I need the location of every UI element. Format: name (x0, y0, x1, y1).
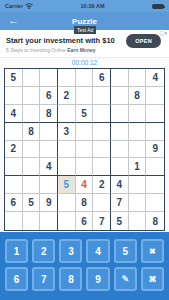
sudoku-cell-r8c6[interactable] (93, 194, 111, 212)
sudoku-cell-r7c1[interactable] (5, 176, 23, 194)
sudoku-cell-r7c3[interactable] (40, 176, 58, 194)
clock-label: 10:39 AM (81, 3, 105, 9)
sudoku-cell-r6c5[interactable] (76, 158, 94, 176)
sudoku-cell-r7c2[interactable] (23, 176, 41, 194)
sudoku-cell-r1c3[interactable] (40, 69, 58, 87)
sudoku-cell-r4c7[interactable] (111, 123, 129, 141)
sudoku-cell-r7c6[interactable]: 2 (93, 176, 111, 194)
sudoku-cell-r9c1[interactable] (5, 212, 23, 230)
command-button[interactable]: ⌘ (141, 267, 164, 291)
wifi-icon (25, 3, 33, 10)
sudoku-cell-r3c8[interactable] (129, 105, 147, 123)
key-1[interactable]: 1 (5, 239, 28, 263)
sudoku-cell-r4c6[interactable] (93, 123, 111, 141)
key-6[interactable]: 6 (5, 267, 28, 291)
sudoku-cell-r2c4[interactable]: 2 (58, 87, 76, 105)
sudoku-cell-r8c1[interactable]: 6 (5, 194, 23, 212)
sudoku-cell-r7c9[interactable] (146, 176, 164, 194)
key-8[interactable]: 8 (59, 267, 82, 291)
sudoku-cell-r5c7[interactable] (111, 141, 129, 159)
sudoku-cell-r8c2[interactable]: 5 (23, 194, 41, 212)
sudoku-cell-r1c4[interactable] (58, 69, 76, 87)
sudoku-cell-r4c8[interactable] (129, 123, 147, 141)
back-button[interactable]: ← (8, 14, 19, 26)
sudoku-cell-r8c4[interactable] (58, 194, 76, 212)
ad-subtext: 5 Steps to Investing Online Earn Money (6, 47, 96, 53)
pencil-button[interactable]: ✎ (114, 267, 137, 291)
sudoku-cell-r1c1[interactable]: 5 (5, 69, 23, 87)
sudoku-cell-r5c8[interactable] (129, 141, 147, 159)
sudoku-board: 5646284858329415424659876758 (4, 68, 165, 231)
sudoku-cell-r6c4[interactable] (58, 158, 76, 176)
sudoku-cell-r1c9[interactable]: 4 (146, 69, 164, 87)
page-title: Puzzle (72, 17, 97, 26)
sudoku-cell-r7c5[interactable]: 4 (76, 176, 94, 194)
sudoku-cell-r6c2[interactable] (23, 158, 41, 176)
sudoku-cell-r9c2[interactable] (23, 212, 41, 230)
sudoku-cell-r8c5[interactable]: 8 (76, 194, 94, 212)
sudoku-cell-r1c2[interactable] (23, 69, 41, 87)
number-keypad: 12345✖6789✎⌘ (0, 232, 169, 300)
sudoku-cell-r8c7[interactable]: 7 (111, 194, 129, 212)
sudoku-cell-r5c5[interactable] (76, 141, 94, 159)
sudoku-cell-r2c1[interactable] (5, 87, 23, 105)
adchoices-icon[interactable]: ⓘ▾ (159, 30, 167, 36)
sudoku-cell-r7c4[interactable]: 5 (58, 176, 76, 194)
sudoku-cell-r4c2[interactable]: 8 (23, 123, 41, 141)
ad-banner[interactable]: Test Ad ⓘ▾ Start your investment with $1… (0, 30, 169, 58)
open-button[interactable]: OPEN (126, 34, 161, 48)
sudoku-cell-r9c5[interactable]: 6 (76, 212, 94, 230)
sudoku-cell-r3c4[interactable] (58, 105, 76, 123)
sudoku-cell-r2c2[interactable] (23, 87, 41, 105)
sudoku-cell-r3c3[interactable]: 8 (40, 105, 58, 123)
sudoku-cell-r4c5[interactable] (76, 123, 94, 141)
status-bar: Carrier 10:39 AM (0, 0, 169, 12)
sudoku-cell-r6c7[interactable] (111, 158, 129, 176)
carrier-label: Carrier (5, 3, 23, 9)
sudoku-cell-r1c7[interactable] (111, 69, 129, 87)
key-3[interactable]: 3 (59, 239, 82, 263)
sudoku-cell-r5c2[interactable] (23, 141, 41, 159)
sudoku-cell-r2c9[interactable] (146, 87, 164, 105)
sudoku-cell-r9c8[interactable] (129, 212, 147, 230)
sudoku-cell-r3c7[interactable] (111, 105, 129, 123)
sudoku-cell-r9c7[interactable]: 5 (111, 212, 129, 230)
sudoku-cell-r5c6[interactable] (93, 141, 111, 159)
sudoku-cell-r9c6[interactable]: 7 (93, 212, 111, 230)
sudoku-cell-r1c8[interactable] (129, 69, 147, 87)
ad-headline: Start your investment with $10 (6, 36, 115, 45)
sudoku-cell-r4c4[interactable]: 3 (58, 123, 76, 141)
game-timer: 00:00:12 (0, 59, 169, 66)
sudoku-cell-r6c8[interactable]: 1 (129, 158, 147, 176)
sudoku-cell-r9c4[interactable] (58, 212, 76, 230)
sudoku-cell-r9c3[interactable] (40, 212, 58, 230)
sudoku-cell-r7c7[interactable]: 4 (111, 176, 129, 194)
sudoku-cell-r3c1[interactable]: 4 (5, 105, 23, 123)
sudoku-cell-r6c6[interactable] (93, 158, 111, 176)
sudoku-cell-r3c9[interactable] (146, 105, 164, 123)
sudoku-cell-r5c1[interactable]: 2 (5, 141, 23, 159)
sudoku-cell-r6c1[interactable] (5, 158, 23, 176)
sudoku-cell-r4c1[interactable] (5, 123, 23, 141)
sudoku-cell-r7c8[interactable] (129, 176, 147, 194)
sudoku-cell-r2c3[interactable]: 6 (40, 87, 58, 105)
sudoku-cell-r3c2[interactable] (23, 105, 41, 123)
sudoku-cell-r6c3[interactable]: 4 (40, 158, 58, 176)
sudoku-cell-r5c9[interactable]: 9 (146, 141, 164, 159)
sudoku-cell-r5c4[interactable] (58, 141, 76, 159)
sudoku-cell-r2c6[interactable] (93, 87, 111, 105)
sudoku-cell-r5c3[interactable] (40, 141, 58, 159)
battery-icon (152, 4, 164, 9)
key-2[interactable]: 2 (32, 239, 55, 263)
key-5[interactable]: 5 (114, 239, 137, 263)
sudoku-cell-r8c9[interactable] (146, 194, 164, 212)
key-4[interactable]: 4 (86, 239, 109, 263)
sudoku-cell-r1c5[interactable] (76, 69, 94, 87)
sudoku-cell-r1c6[interactable]: 6 (93, 69, 111, 87)
ad-subtext-bold: Earn Money (67, 47, 95, 53)
test-ad-badge: Test Ad (74, 26, 96, 34)
sudoku-cell-r2c5[interactable] (76, 87, 94, 105)
sudoku-cell-r3c5[interactable]: 5 (76, 105, 94, 123)
sudoku-cell-r4c9[interactable] (146, 123, 164, 141)
sudoku-cell-r8c3[interactable]: 9 (40, 194, 58, 212)
sudoku-cell-r2c8[interactable]: 8 (129, 87, 147, 105)
key-9[interactable]: 9 (86, 267, 109, 291)
delete-button[interactable]: ✖ (141, 239, 164, 263)
sudoku-cell-r9c9[interactable]: 8 (146, 212, 164, 230)
sudoku-cell-r8c8[interactable] (129, 194, 147, 212)
sudoku-cell-r4c3[interactable] (40, 123, 58, 141)
key-7[interactable]: 7 (32, 267, 55, 291)
sudoku-cell-r6c9[interactable] (146, 158, 164, 176)
sudoku-cell-r3c6[interactable] (93, 105, 111, 123)
sudoku-cell-r2c7[interactable] (111, 87, 129, 105)
